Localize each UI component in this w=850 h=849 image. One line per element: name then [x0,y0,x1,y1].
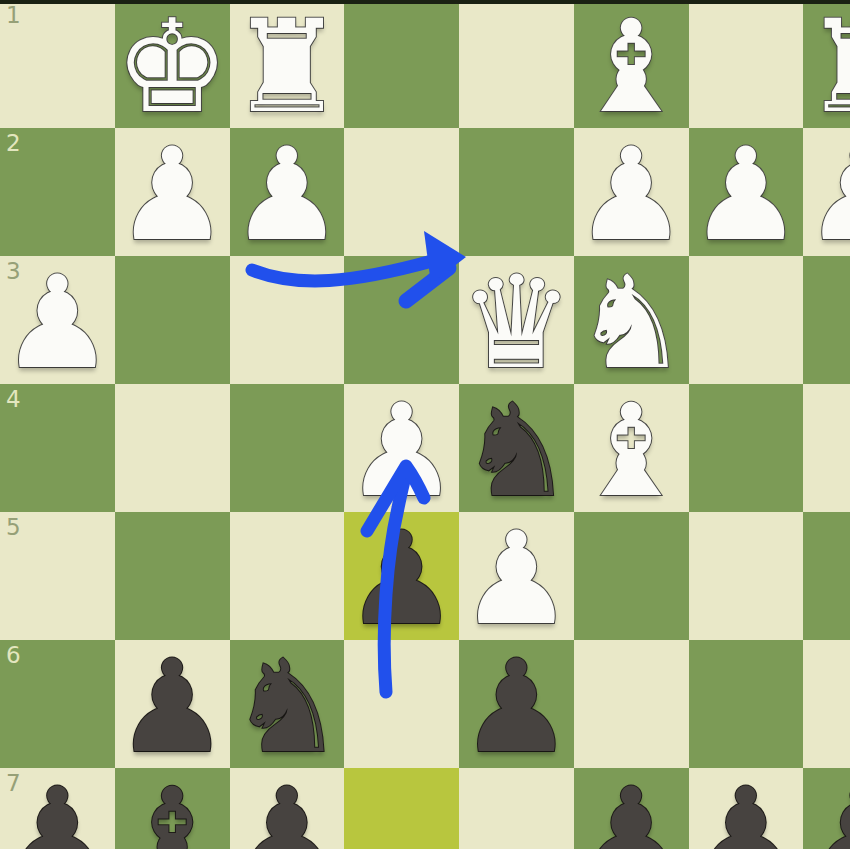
square-h3[interactable]: 3♟ [0,256,115,384]
white-king[interactable]: ♚ [115,3,230,131]
square-c6[interactable] [574,640,689,768]
square-g7[interactable]: ♝ [115,768,230,849]
square-a3[interactable] [803,256,850,384]
square-f7[interactable]: ♟ [230,768,345,849]
black-knight[interactable]: ♞ [230,643,345,771]
white-pawn[interactable]: ♟ [803,131,850,259]
black-pawn[interactable]: ♟ [689,771,804,849]
square-e2[interactable] [344,128,459,256]
square-f4[interactable] [230,384,345,512]
black-knight[interactable]: ♞ [459,387,574,515]
square-b7[interactable]: ♟ [689,768,804,849]
white-pawn[interactable]: ♟ [0,259,115,387]
square-f2[interactable]: ♟ [230,128,345,256]
black-pawn[interactable]: ♟ [115,643,230,771]
square-c2[interactable]: ♟ [574,128,689,256]
square-g2[interactable]: ♟ [115,128,230,256]
square-b6[interactable] [689,640,804,768]
square-d5[interactable]: ♟ [459,512,574,640]
square-h4[interactable]: 4 [0,384,115,512]
square-c5[interactable] [574,512,689,640]
black-bishop[interactable]: ♝ [115,771,230,849]
square-h2[interactable]: 2 [0,128,115,256]
square-e1[interactable] [344,0,459,128]
square-a2[interactable]: ♟ [803,128,850,256]
square-b1[interactable] [689,0,804,128]
black-pawn[interactable]: ♟ [459,643,574,771]
square-g4[interactable] [115,384,230,512]
rank-label-1: 1 [6,4,21,27]
square-g3[interactable] [115,256,230,384]
square-c7[interactable]: ♟ [574,768,689,849]
white-bishop[interactable]: ♝ [574,387,689,515]
square-f5[interactable] [230,512,345,640]
white-pawn[interactable]: ♟ [574,131,689,259]
black-pawn[interactable]: ♟ [230,771,345,849]
rank-label-6: 6 [6,644,21,667]
square-e6[interactable] [344,640,459,768]
square-d2[interactable] [459,128,574,256]
black-pawn[interactable]: ♟ [803,771,850,849]
square-a4[interactable] [803,384,850,512]
square-b4[interactable] [689,384,804,512]
square-g1[interactable]: ♚ [115,0,230,128]
white-knight[interactable]: ♞ [574,259,689,387]
square-g6[interactable]: ♟ [115,640,230,768]
square-h5[interactable]: 5 [0,512,115,640]
white-rook[interactable]: ♜ [230,3,345,131]
square-f6[interactable]: ♞ [230,640,345,768]
square-g5[interactable] [115,512,230,640]
square-a7[interactable]: ♟ [803,768,850,849]
board-grid: 1♚♜♝♜2♟♟♟♟♟3♟♛♞4♟♞♝5♟♟6♟♞♟7♟♝♟♟♟♟8hg♚f♜e… [0,0,850,849]
black-pawn[interactable]: ♟ [574,771,689,849]
square-d7[interactable] [459,768,574,849]
white-bishop[interactable]: ♝ [574,3,689,131]
square-e5[interactable]: ♟ [344,512,459,640]
square-f3[interactable] [230,256,345,384]
white-pawn[interactable]: ♟ [115,131,230,259]
white-pawn[interactable]: ♟ [230,131,345,259]
top-letterbox-bar [0,0,850,4]
square-b3[interactable] [689,256,804,384]
square-e7[interactable] [344,768,459,849]
square-a1[interactable]: ♜ [803,0,850,128]
rank-label-5: 5 [6,516,21,539]
square-c3[interactable]: ♞ [574,256,689,384]
square-b2[interactable]: ♟ [689,128,804,256]
square-c1[interactable]: ♝ [574,0,689,128]
white-pawn[interactable]: ♟ [344,387,459,515]
square-a5[interactable] [803,512,850,640]
rank-label-2: 2 [6,132,21,155]
square-a6[interactable] [803,640,850,768]
square-d3[interactable]: ♛ [459,256,574,384]
square-d6[interactable]: ♟ [459,640,574,768]
square-b5[interactable] [689,512,804,640]
square-e3[interactable] [344,256,459,384]
square-c4[interactable]: ♝ [574,384,689,512]
white-pawn[interactable]: ♟ [689,131,804,259]
square-d4[interactable]: ♞ [459,384,574,512]
white-queen[interactable]: ♛ [459,259,574,387]
square-e4[interactable]: ♟ [344,384,459,512]
white-rook[interactable]: ♜ [803,3,850,131]
rank-label-4: 4 [6,388,21,411]
black-pawn[interactable]: ♟ [344,515,459,643]
square-f1[interactable]: ♜ [230,0,345,128]
square-h6[interactable]: 6 [0,640,115,768]
square-h1[interactable]: 1 [0,0,115,128]
square-d1[interactable] [459,0,574,128]
white-pawn[interactable]: ♟ [459,515,574,643]
square-h7[interactable]: 7♟ [0,768,115,849]
chess-board: 1♚♜♝♜2♟♟♟♟♟3♟♛♞4♟♞♝5♟♟6♟♞♟7♟♝♟♟♟♟8hg♚f♜e… [0,0,850,849]
black-pawn[interactable]: ♟ [0,771,115,849]
